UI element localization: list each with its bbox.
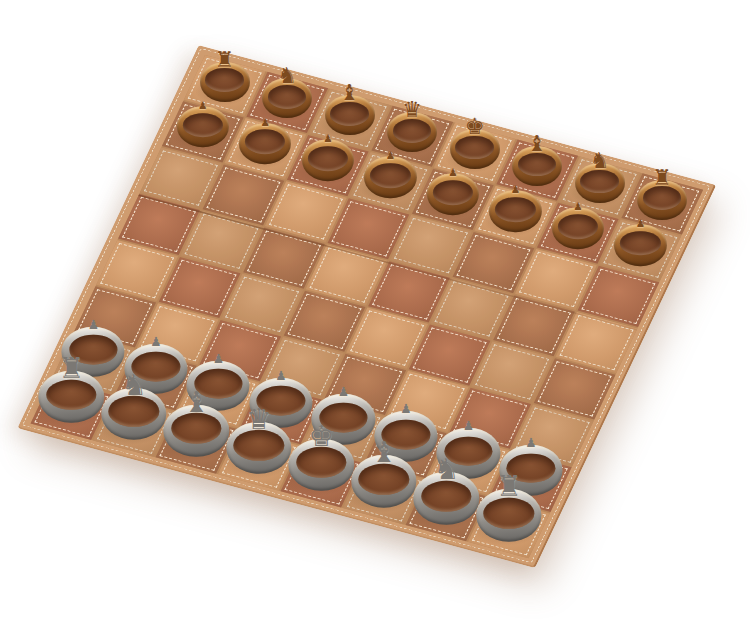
ring-interior bbox=[234, 430, 284, 461]
metal-ring bbox=[364, 156, 416, 198]
piece-white-pawn-c2[interactable]: ♟ bbox=[187, 360, 250, 411]
metal-ring bbox=[614, 224, 666, 266]
piece-black-knight-b8[interactable]: ♞ bbox=[262, 78, 312, 118]
piece-black-pawn-e7[interactable]: ♟ bbox=[427, 173, 479, 215]
metal-ring bbox=[312, 394, 375, 445]
piece-black-pawn-a7[interactable]: ♟ bbox=[177, 106, 229, 148]
ring-interior bbox=[370, 163, 410, 188]
piece-black-queen-d8[interactable]: ♛ bbox=[387, 112, 437, 152]
ring-interior bbox=[109, 396, 159, 427]
metal-ring bbox=[325, 95, 375, 135]
ring-interior bbox=[69, 335, 118, 365]
piece-white-rook-h1[interactable]: ♜ bbox=[476, 489, 541, 541]
piece-black-king-e8[interactable]: ♚ bbox=[450, 129, 500, 169]
piece-white-bishop-c1[interactable]: ♝ bbox=[164, 405, 229, 457]
piece-white-pawn-a2[interactable]: ♟ bbox=[62, 327, 125, 378]
metal-ring bbox=[637, 180, 687, 220]
product-photo-stage: ♜♞♝♛♚♝♞♜♟♟♟♟♟♟♟♟♟♟♟♟♟♟♟♟♜♞♝♛♚♝♞♜ bbox=[0, 0, 750, 628]
piece-white-pawn-e2[interactable]: ♟ bbox=[312, 394, 375, 445]
piece-white-rook-a1[interactable]: ♜ bbox=[39, 371, 104, 423]
ring-interior bbox=[558, 214, 598, 239]
ring-interior bbox=[268, 85, 307, 109]
metal-ring bbox=[374, 411, 437, 462]
ring-interior bbox=[46, 379, 96, 410]
piece-white-pawn-d2[interactable]: ♟ bbox=[249, 377, 312, 428]
metal-ring bbox=[239, 123, 291, 165]
ring-interior bbox=[308, 146, 348, 171]
piece-black-rook-a8[interactable]: ♜ bbox=[200, 62, 250, 102]
piece-black-pawn-f7[interactable]: ♟ bbox=[489, 190, 541, 232]
ring-interior bbox=[421, 481, 471, 512]
metal-ring bbox=[200, 62, 250, 102]
piece-white-pawn-h2[interactable]: ♟ bbox=[499, 445, 562, 496]
ring-interior bbox=[131, 352, 180, 382]
piece-white-pawn-f2[interactable]: ♟ bbox=[374, 411, 437, 462]
piece-white-knight-b1[interactable]: ♞ bbox=[101, 388, 166, 440]
piece-black-pawn-c7[interactable]: ♟ bbox=[302, 140, 354, 182]
ring-interior bbox=[444, 436, 493, 466]
metal-ring bbox=[552, 207, 604, 249]
ring-interior bbox=[183, 113, 223, 138]
metal-ring bbox=[249, 377, 312, 428]
piece-white-king-e1[interactable]: ♚ bbox=[289, 438, 354, 490]
piece-black-rook-h8[interactable]: ♜ bbox=[637, 180, 687, 220]
piece-black-pawn-b7[interactable]: ♟ bbox=[239, 123, 291, 165]
metal-ring bbox=[512, 146, 562, 186]
ring-interior bbox=[518, 153, 557, 177]
ring-interior bbox=[381, 419, 430, 449]
ring-interior bbox=[319, 403, 368, 433]
piece-white-knight-g1[interactable]: ♞ bbox=[414, 472, 479, 524]
ring-interior bbox=[433, 180, 473, 205]
metal-ring bbox=[62, 327, 125, 378]
ring-interior bbox=[205, 68, 244, 92]
ring-interior bbox=[330, 102, 369, 126]
ring-interior bbox=[580, 170, 619, 194]
metal-ring bbox=[262, 78, 312, 118]
piece-white-queen-d1[interactable]: ♛ bbox=[226, 421, 291, 473]
piece-white-pawn-b2[interactable]: ♟ bbox=[124, 343, 187, 394]
ring-interior bbox=[194, 369, 243, 399]
metal-ring bbox=[387, 112, 437, 152]
ring-interior bbox=[393, 119, 432, 143]
metal-ring bbox=[427, 173, 479, 215]
piece-white-pawn-g2[interactable]: ♟ bbox=[437, 428, 500, 479]
piece-black-pawn-g7[interactable]: ♟ bbox=[552, 207, 604, 249]
piece-black-pawn-d7[interactable]: ♟ bbox=[364, 156, 416, 198]
ring-interior bbox=[245, 130, 285, 155]
ring-interior bbox=[643, 186, 682, 210]
metal-ring bbox=[124, 343, 187, 394]
ring-interior bbox=[620, 231, 660, 256]
piece-black-pawn-h7[interactable]: ♟ bbox=[614, 224, 666, 266]
ring-interior bbox=[171, 413, 221, 444]
metal-ring bbox=[302, 140, 354, 182]
metal-ring bbox=[575, 163, 625, 203]
metal-ring bbox=[177, 106, 229, 148]
metal-ring bbox=[450, 129, 500, 169]
piece-black-bishop-f8[interactable]: ♝ bbox=[512, 146, 562, 186]
piece-black-bishop-c8[interactable]: ♝ bbox=[325, 95, 375, 135]
metal-ring bbox=[489, 190, 541, 232]
ring-interior bbox=[495, 197, 535, 222]
ring-interior bbox=[455, 136, 494, 160]
ring-interior bbox=[359, 464, 409, 495]
metal-ring bbox=[437, 428, 500, 479]
metal-ring bbox=[499, 445, 562, 496]
metal-ring bbox=[187, 360, 250, 411]
piece-white-bishop-f1[interactable]: ♝ bbox=[351, 455, 416, 507]
ring-interior bbox=[484, 498, 534, 529]
ring-interior bbox=[296, 447, 346, 478]
ring-interior bbox=[506, 453, 555, 483]
piece-black-knight-g8[interactable]: ♞ bbox=[575, 163, 625, 203]
ring-interior bbox=[256, 386, 305, 416]
